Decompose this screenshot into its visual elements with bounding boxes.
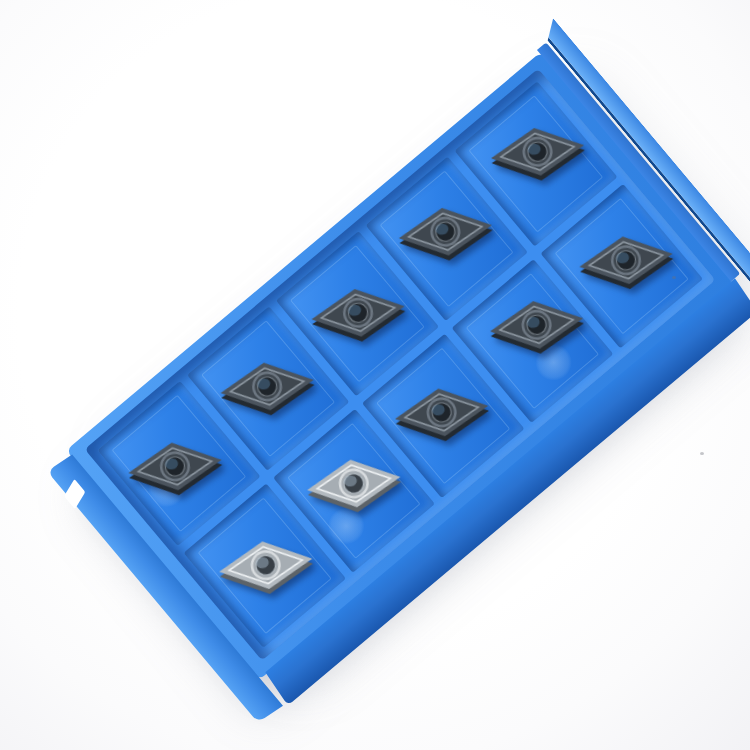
insert-svg bbox=[217, 355, 320, 422]
carbide-insert-c4L bbox=[217, 355, 320, 422]
carbide-insert-c2R bbox=[485, 294, 588, 361]
insert-svg bbox=[124, 435, 227, 502]
carbide-insert-c4R bbox=[303, 452, 406, 519]
insert-svg bbox=[394, 201, 497, 268]
carbide-insert-c1R bbox=[575, 229, 678, 296]
dust-speck bbox=[700, 452, 704, 455]
insert-svg bbox=[214, 534, 317, 601]
carbide-insert-c3L bbox=[307, 282, 410, 349]
carbide-insert-c5L bbox=[124, 435, 227, 502]
carbide-insert-c1L bbox=[487, 120, 590, 187]
insert-svg bbox=[303, 452, 406, 519]
insert-svg bbox=[485, 294, 588, 361]
carbide-insert-c2L bbox=[394, 201, 497, 268]
carbide-insert-c5R bbox=[214, 534, 317, 601]
dust-speck bbox=[672, 276, 676, 279]
insert-svg bbox=[487, 120, 590, 187]
end-wall-notch bbox=[64, 479, 85, 509]
insert-svg bbox=[390, 381, 493, 448]
insert-box-tray bbox=[66, 52, 734, 680]
insert-svg bbox=[307, 282, 410, 349]
insert-svg bbox=[575, 229, 678, 296]
carbide-insert-c3R bbox=[390, 381, 493, 448]
scene bbox=[0, 0, 750, 750]
